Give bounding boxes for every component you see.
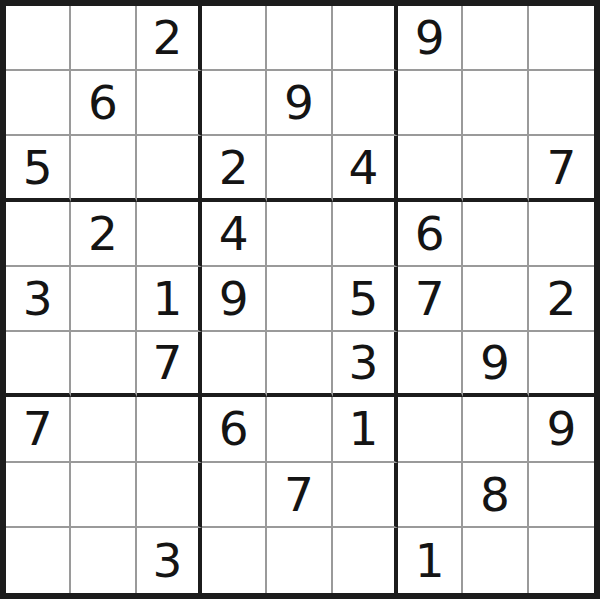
cell-r8c6[interactable] — [333, 463, 398, 528]
cell-r8c8: 8 — [463, 463, 528, 528]
cell-r4c5[interactable] — [267, 202, 332, 267]
cell-r5c5[interactable] — [267, 267, 332, 332]
cell-r6c7[interactable] — [398, 332, 463, 397]
cell-r3c9: 7 — [529, 136, 594, 201]
cell-r6c8: 9 — [463, 332, 528, 397]
cell-r3c8[interactable] — [463, 136, 528, 201]
cell-r8c4[interactable] — [202, 463, 267, 528]
cell-r1c2[interactable] — [71, 6, 136, 71]
cell-r1c4[interactable] — [202, 6, 267, 71]
cell-r6c5[interactable] — [267, 332, 332, 397]
cell-r7c3[interactable] — [137, 397, 202, 462]
cell-r3c5[interactable] — [267, 136, 332, 201]
cell-r9c9[interactable] — [529, 528, 594, 593]
cell-r8c1[interactable] — [6, 463, 71, 528]
cell-r7c6: 1 — [333, 397, 398, 462]
cell-r9c8[interactable] — [463, 528, 528, 593]
cell-r1c5[interactable] — [267, 6, 332, 71]
cell-r3c3[interactable] — [137, 136, 202, 201]
cell-r8c5: 7 — [267, 463, 332, 528]
cell-r7c5[interactable] — [267, 397, 332, 462]
cell-r9c3: 3 — [137, 528, 202, 593]
cell-r8c9[interactable] — [529, 463, 594, 528]
cell-r9c4[interactable] — [202, 528, 267, 593]
cell-r7c4: 6 — [202, 397, 267, 462]
cell-r7c8[interactable] — [463, 397, 528, 462]
cell-r4c1[interactable] — [6, 202, 71, 267]
cell-r1c7: 9 — [398, 6, 463, 71]
cell-r5c7: 7 — [398, 267, 463, 332]
cell-r1c8[interactable] — [463, 6, 528, 71]
cell-r1c9[interactable] — [529, 6, 594, 71]
cell-r4c6[interactable] — [333, 202, 398, 267]
cell-r7c2[interactable] — [71, 397, 136, 462]
cell-r6c6: 3 — [333, 332, 398, 397]
cell-r2c6[interactable] — [333, 71, 398, 136]
cell-r2c2: 6 — [71, 71, 136, 136]
cell-r3c4: 2 — [202, 136, 267, 201]
cell-r8c3[interactable] — [137, 463, 202, 528]
cell-r9c6[interactable] — [333, 528, 398, 593]
cell-r4c8[interactable] — [463, 202, 528, 267]
cell-r5c6: 5 — [333, 267, 398, 332]
cell-r2c5: 9 — [267, 71, 332, 136]
cell-r9c5[interactable] — [267, 528, 332, 593]
cell-r6c9[interactable] — [529, 332, 594, 397]
cell-r1c3: 2 — [137, 6, 202, 71]
cell-r2c4[interactable] — [202, 71, 267, 136]
cell-r3c1: 5 — [6, 136, 71, 201]
cell-r5c2[interactable] — [71, 267, 136, 332]
cell-r3c2[interactable] — [71, 136, 136, 201]
cell-r5c3: 1 — [137, 267, 202, 332]
cell-r4c2: 2 — [71, 202, 136, 267]
cell-r2c3[interactable] — [137, 71, 202, 136]
cell-r6c2[interactable] — [71, 332, 136, 397]
cell-r8c2[interactable] — [71, 463, 136, 528]
cell-r5c8[interactable] — [463, 267, 528, 332]
cell-r6c3: 7 — [137, 332, 202, 397]
cell-r1c1[interactable] — [6, 6, 71, 71]
cell-r3c7[interactable] — [398, 136, 463, 201]
cell-r7c7[interactable] — [398, 397, 463, 462]
cell-r6c4[interactable] — [202, 332, 267, 397]
cell-r6c1[interactable] — [6, 332, 71, 397]
cell-r9c2[interactable] — [71, 528, 136, 593]
sudoku-board: 2969524724631957273976197831 — [0, 0, 600, 599]
cell-r4c4: 4 — [202, 202, 267, 267]
cell-r3c6: 4 — [333, 136, 398, 201]
cell-r2c9[interactable] — [529, 71, 594, 136]
cell-r9c1[interactable] — [6, 528, 71, 593]
cell-r5c9: 2 — [529, 267, 594, 332]
cell-r4c7: 6 — [398, 202, 463, 267]
cell-r2c7[interactable] — [398, 71, 463, 136]
cell-r5c4: 9 — [202, 267, 267, 332]
cell-r7c1: 7 — [6, 397, 71, 462]
cell-r5c1: 3 — [6, 267, 71, 332]
cell-r2c8[interactable] — [463, 71, 528, 136]
cell-r1c6[interactable] — [333, 6, 398, 71]
cell-r7c9: 9 — [529, 397, 594, 462]
cell-r2c1[interactable] — [6, 71, 71, 136]
cell-r4c9[interactable] — [529, 202, 594, 267]
cell-r4c3[interactable] — [137, 202, 202, 267]
cell-r9c7: 1 — [398, 528, 463, 593]
cell-r8c7[interactable] — [398, 463, 463, 528]
